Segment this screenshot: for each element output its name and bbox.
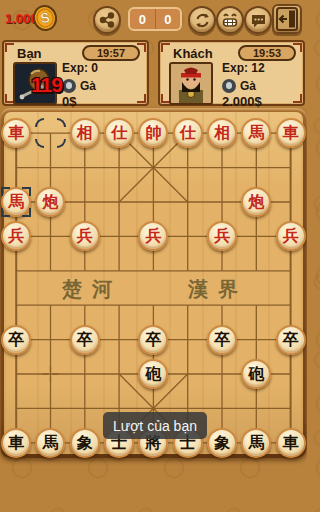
piece-r_elephant[interactable]: 相 [207, 118, 237, 148]
piece-r_chariot[interactable]: 車 [1, 118, 31, 148]
river-label-han-jie: 漢界 [188, 276, 248, 303]
cell-6-6[interactable]: 卒 [205, 322, 239, 356]
piece-b_cannon[interactable]: 砲 [241, 359, 271, 389]
cell-1-0[interactable] [33, 116, 67, 150]
cell-3-6[interactable] [102, 322, 136, 356]
cell-7-2[interactable]: 炮 [239, 185, 273, 219]
cell-6-0[interactable]: 相 [205, 116, 239, 150]
avatar-opponent-image [171, 64, 211, 103]
cell-8-1[interactable] [274, 150, 307, 184]
piece-b_elephant[interactable]: 象 [207, 428, 237, 458]
rank-chicken-icon [62, 79, 76, 93]
cell-3-7[interactable] [102, 357, 136, 391]
cell-7-0[interactable]: 馬 [239, 116, 273, 150]
cell-2-0[interactable]: 相 [68, 116, 102, 150]
piece-b_cannon[interactable]: 砲 [138, 359, 168, 389]
cell-1-8[interactable] [33, 391, 67, 425]
player-exp-you: Exp: 0 [62, 61, 98, 75]
cell-8-7[interactable] [274, 357, 307, 391]
player-panel-you: Bạn 19:57 119 Exp: 0 Gà 0$ [2, 40, 149, 106]
cell-2-8[interactable] [68, 391, 102, 425]
rank-label: Gà [80, 79, 96, 93]
piece-b_soldier[interactable]: 卒 [207, 325, 237, 355]
cell-6-3[interactable]: 兵 [205, 219, 239, 253]
player-rank-opponent: Gà [222, 79, 256, 93]
cell-7-1[interactable] [239, 150, 273, 184]
piece-r_general[interactable]: 帥 [138, 118, 168, 148]
cell-4-3[interactable]: 兵 [136, 219, 170, 253]
cell-7-7[interactable]: 砲 [239, 357, 273, 391]
cell-4-2[interactable] [136, 185, 170, 219]
cell-2-2[interactable] [68, 185, 102, 219]
piece-b_horse[interactable]: 馬 [241, 428, 271, 458]
last-move-from-marker [35, 118, 65, 148]
cell-1-3[interactable] [33, 219, 67, 253]
swap-button[interactable] [188, 6, 216, 34]
player-name-opponent: Khách [173, 46, 213, 61]
piece-r_soldier[interactable]: 兵 [1, 221, 31, 251]
cell-6-2[interactable] [205, 185, 239, 219]
cell-0-2[interactable]: 馬 [0, 185, 33, 219]
share-button[interactable] [93, 6, 121, 34]
level-badge: 119 [31, 73, 62, 97]
cell-2-1[interactable] [68, 150, 102, 184]
piece-r_cannon[interactable]: 炮 [35, 187, 65, 217]
cell-8-0[interactable]: 車 [274, 116, 307, 150]
xiangqi-board: 車相仕帥仕相馬車馬炮炮兵兵兵兵兵卒卒卒卒卒砲砲車馬象士將士象馬車 [0, 116, 307, 460]
piece-r_horse[interactable]: 馬 [241, 118, 271, 148]
cell-7-9[interactable]: 馬 [239, 426, 273, 460]
piece-r_chariot[interactable]: 車 [276, 118, 306, 148]
match-score: 0 0 [128, 7, 182, 31]
piece-b_elephant[interactable]: 象 [70, 428, 100, 458]
player-timer-opponent: 19:53 [238, 45, 296, 61]
cell-3-1[interactable] [102, 150, 136, 184]
cell-0-3[interactable]: 兵 [0, 219, 33, 253]
cell-7-3[interactable] [239, 219, 273, 253]
cell-6-1[interactable] [205, 150, 239, 184]
swap-arrows-icon [194, 12, 211, 29]
cell-8-5[interactable] [274, 288, 307, 322]
cell-2-7[interactable] [68, 357, 102, 391]
cell-0-5[interactable] [0, 288, 33, 322]
score-right: 0 [156, 9, 181, 29]
cell-2-9[interactable]: 象 [68, 426, 102, 460]
cell-0-8[interactable] [0, 391, 33, 425]
cell-7-8[interactable] [239, 391, 273, 425]
player-money-opponent: 2.000$ [222, 94, 262, 109]
turn-toast: Lượt của bạn [103, 412, 207, 439]
cell-2-6[interactable]: 卒 [68, 322, 102, 356]
player-panel-opponent: Khách 19:53 Exp: 12 Gà 2.000$ [158, 40, 305, 106]
cell-4-0[interactable]: 帥 [136, 116, 170, 150]
chat-bubble-icon [250, 12, 267, 29]
piece-b_chariot[interactable]: 車 [1, 428, 31, 458]
cell-2-3[interactable]: 兵 [68, 219, 102, 253]
player-money-you: 0$ [62, 94, 76, 109]
piece-b_horse[interactable]: 馬 [35, 428, 65, 458]
piece-b_soldier[interactable]: 卒 [276, 325, 306, 355]
panel-corner-ornament [5, 43, 14, 52]
cell-3-2[interactable] [102, 185, 136, 219]
cell-7-6[interactable] [239, 322, 273, 356]
piece-r_elephant[interactable]: 相 [70, 118, 100, 148]
cell-6-8[interactable] [205, 391, 239, 425]
player-rank-you: Gà [62, 79, 96, 93]
piece-r_soldier[interactable]: 兵 [138, 221, 168, 251]
cell-0-9[interactable]: 車 [0, 426, 33, 460]
piece-r_advisor[interactable]: 仕 [173, 118, 203, 148]
cell-1-1[interactable] [33, 150, 67, 184]
player-exp-opponent: Exp: 12 [222, 61, 265, 75]
rank-chicken-icon [222, 79, 236, 93]
cell-0-1[interactable] [0, 150, 33, 184]
piece-r_soldier[interactable]: 兵 [70, 221, 100, 251]
cell-5-2[interactable] [171, 185, 205, 219]
player-name-you: Bạn [17, 46, 42, 61]
cell-8-4[interactable] [274, 254, 307, 288]
river-label-chu-he: 楚河 [62, 276, 122, 303]
dollar-coin-icon[interactable]: $ [31, 3, 59, 33]
cell-8-2[interactable] [274, 185, 307, 219]
panel-corner-ornament [161, 43, 170, 52]
piece-r_advisor[interactable]: 仕 [104, 118, 134, 148]
chat-button[interactable] [244, 6, 272, 34]
cell-6-7[interactable] [205, 357, 239, 391]
cell-4-6[interactable]: 卒 [136, 322, 170, 356]
cell-5-1[interactable] [171, 150, 205, 184]
emote-button[interactable] [216, 6, 244, 34]
cell-8-3[interactable]: 兵 [274, 219, 307, 253]
panel-corner-ornament [293, 94, 302, 103]
cell-1-2[interactable]: 炮 [33, 185, 67, 219]
piece-r_horse[interactable]: 馬 [1, 187, 31, 217]
exit-button[interactable] [272, 4, 302, 34]
cell-0-7[interactable] [0, 357, 33, 391]
cell-5-7[interactable] [171, 357, 205, 391]
cell-0-4[interactable] [0, 254, 33, 288]
cell-4-4[interactable] [136, 254, 170, 288]
cell-8-8[interactable] [274, 391, 307, 425]
rank-label: Gà [240, 79, 256, 93]
cell-1-7[interactable] [33, 357, 67, 391]
smiley-icon [221, 11, 239, 29]
piece-r_cannon[interactable]: 炮 [241, 187, 271, 217]
piece-b_soldier[interactable]: 卒 [70, 325, 100, 355]
cell-5-0[interactable]: 仕 [171, 116, 205, 150]
cell-4-1[interactable] [136, 150, 170, 184]
cell-8-9[interactable]: 車 [274, 426, 307, 460]
player-timer-you: 19:57 [82, 45, 140, 61]
cell-3-0[interactable]: 仕 [102, 116, 136, 150]
cell-1-9[interactable]: 馬 [33, 426, 67, 460]
cell-8-6[interactable]: 卒 [274, 322, 307, 356]
cell-0-0[interactable]: 車 [0, 116, 33, 150]
cell-0-6[interactable]: 卒 [0, 322, 33, 356]
piece-b_soldier[interactable]: 卒 [138, 325, 168, 355]
share-icon [99, 12, 115, 28]
piece-r_soldier[interactable]: 兵 [276, 221, 306, 251]
exit-door-icon [276, 7, 298, 31]
cell-4-5[interactable] [136, 288, 170, 322]
piece-b_soldier[interactable]: 卒 [1, 325, 31, 355]
cell-1-6[interactable] [33, 322, 67, 356]
avatar-opponent[interactable] [169, 62, 213, 105]
cell-4-7[interactable]: 砲 [136, 357, 170, 391]
cell-6-9[interactable]: 象 [205, 426, 239, 460]
cell-5-6[interactable] [171, 322, 205, 356]
cell-5-3[interactable] [171, 219, 205, 253]
panel-corner-ornament [137, 94, 146, 103]
score-left: 0 [130, 9, 156, 29]
cell-3-3[interactable] [102, 219, 136, 253]
piece-b_chariot[interactable]: 車 [276, 428, 306, 458]
piece-r_soldier[interactable]: 兵 [207, 221, 237, 251]
